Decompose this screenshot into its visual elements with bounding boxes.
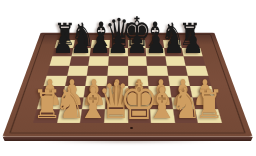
chessboard-photo: ♜♞♝♛♚♝♞♜♟♟♟♟♟♟♟♟♟♟♟♟♟♟♟♟♜♞♝♛♚♝♞♜ bbox=[0, 0, 256, 156]
piece-white-rook-h1[interactable]: ♜ bbox=[194, 85, 223, 124]
piece-black-pawn-h7[interactable]: ♟ bbox=[182, 29, 204, 58]
pieces-layer: ♜♞♝♛♚♝♞♜♟♟♟♟♟♟♟♟♟♟♟♟♟♟♟♟♜♞♝♛♚♝♞♜ bbox=[0, 0, 256, 156]
